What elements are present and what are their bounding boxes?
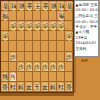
shogi-piece[interactable]: 歩 (34, 62, 41, 71)
shogi-piece[interactable]: 歩 (26, 22, 33, 31)
shogi-piece[interactable]: 銀 (50, 82, 57, 91)
board-cell[interactable]: 歩 (25, 21, 33, 31)
shogi-piece[interactable]: 金 (26, 82, 33, 91)
board-cell[interactable]: 角 (9, 72, 17, 82)
board-cell[interactable] (57, 41, 65, 51)
board-cell[interactable]: 歩 (49, 21, 57, 31)
shogi-piece[interactable]: 飛 (2, 12, 9, 21)
shogi-piece[interactable]: 歩 (58, 62, 65, 71)
board-cell[interactable] (57, 72, 65, 82)
board-cell[interactable] (49, 11, 57, 21)
board-cell[interactable]: 金 (25, 1, 33, 11)
board-cell[interactable] (65, 72, 73, 82)
board-cell[interactable]: 歩 (49, 62, 57, 72)
board-cell[interactable] (9, 31, 17, 41)
board-cell[interactable]: 歩 (65, 31, 73, 41)
board-cell[interactable] (9, 62, 17, 72)
shogi-piece[interactable]: 金 (26, 2, 33, 11)
shogi-piece[interactable]: 桂 (58, 2, 65, 11)
board-cell[interactable] (17, 41, 25, 51)
shogi-piece[interactable]: 歩 (66, 32, 73, 41)
board-cell[interactable] (49, 31, 57, 41)
board-cell[interactable] (25, 11, 33, 21)
board-cell[interactable] (9, 11, 17, 21)
shogi-piece[interactable]: 角 (58, 12, 65, 21)
shogi-piece[interactable]: 歩 (10, 22, 17, 31)
board-cell[interactable]: 王 (33, 1, 41, 11)
board-cell[interactable] (25, 31, 33, 41)
board-cell[interactable] (1, 21, 9, 31)
board-cell[interactable] (1, 41, 9, 51)
board-cell[interactable]: 歩 (65, 52, 73, 62)
board-cell[interactable]: 飛 (1, 11, 9, 21)
board-cell[interactable] (57, 31, 65, 41)
board-cell[interactable]: 歩 (17, 62, 25, 72)
board-cell[interactable] (49, 72, 57, 82)
board-cell[interactable] (25, 52, 33, 62)
game-info-panel: ▲渡辺明 王将 00:00 / 00:00 △羽生善治 三冠 00:00 / 0… (74, 0, 99, 57)
shogi-board: 香桂銀金王金銀桂香飛角歩歩歩歩歩歩歩歩歩歩歩歩歩歩歩歩歩飛角香桂銀金玉金銀桂香 (0, 0, 74, 93)
board-cell[interactable] (17, 72, 25, 82)
board-cell[interactable] (49, 41, 57, 51)
board-cell[interactable]: 歩 (57, 62, 65, 72)
shogi-piece[interactable]: 銀 (18, 82, 25, 91)
board-cell[interactable] (57, 52, 65, 62)
board-cell[interactable] (17, 52, 25, 62)
board-cell[interactable] (33, 41, 41, 51)
shogi-piece[interactable]: 香 (66, 2, 73, 11)
shogi-piece[interactable]: 歩 (2, 32, 9, 41)
board-cell[interactable] (9, 41, 17, 51)
board-cell[interactable]: 歩 (33, 21, 41, 31)
board-cell[interactable]: 歩 (1, 31, 9, 41)
board-cell[interactable]: 歩 (17, 21, 25, 31)
board-cell[interactable] (41, 31, 49, 41)
board-cell[interactable] (41, 52, 49, 62)
board-cell[interactable]: 金 (25, 82, 33, 92)
shogi-piece[interactable]: 銀 (50, 2, 57, 11)
board-cell[interactable]: 金 (41, 82, 49, 92)
board-cell[interactable]: 歩 (57, 21, 65, 31)
board-cell[interactable] (17, 11, 25, 21)
board-cell[interactable] (17, 31, 25, 41)
board-cell[interactable]: 歩 (33, 62, 41, 72)
board-cell[interactable]: 銀 (17, 82, 25, 92)
game-date: 2014/01/07 (76, 40, 99, 46)
board-cell[interactable]: 金 (41, 1, 49, 11)
shogi-piece[interactable]: 香 (2, 2, 9, 11)
shogi-piece[interactable]: 金 (42, 2, 49, 11)
gote-player-name: △羽生善治 三冠 (76, 13, 99, 19)
board-cell[interactable] (41, 11, 49, 21)
shogi-piece[interactable]: 飛 (2, 72, 9, 81)
shogi-piece[interactable]: 歩 (10, 52, 17, 61)
board-cell[interactable] (41, 72, 49, 82)
shogi-piece[interactable]: 歩 (58, 22, 65, 31)
shogi-piece[interactable]: 歩 (26, 62, 33, 71)
board-cell[interactable]: 桂 (57, 1, 65, 11)
shogi-piece[interactable]: 金 (42, 82, 49, 91)
board-cell[interactable]: 銀 (49, 82, 57, 92)
board-cell[interactable]: 桂 (9, 1, 17, 11)
board-cell[interactable] (65, 41, 73, 51)
board-cell[interactable]: 飛 (1, 72, 9, 82)
board-cell[interactable]: 香 (65, 1, 73, 11)
shogi-piece[interactable]: 歩 (18, 62, 25, 71)
shogi-piece[interactable]: 歩 (34, 22, 41, 31)
board-cell[interactable] (49, 52, 57, 62)
shogi-piece[interactable]: 銀 (18, 2, 25, 11)
shogi-piece[interactable]: 歩 (18, 22, 25, 31)
board-cell[interactable] (33, 31, 41, 41)
shogi-piece[interactable]: 桂 (58, 82, 65, 91)
board-cell[interactable] (25, 41, 33, 51)
board-cell[interactable]: 歩 (25, 62, 33, 72)
board-cell[interactable]: 歩 (9, 52, 17, 62)
board-cell[interactable] (65, 62, 73, 72)
shogi-piece[interactable]: 歩 (50, 62, 57, 71)
board-cell[interactable]: 歩 (41, 62, 49, 72)
shogi-piece[interactable]: 歩 (42, 62, 49, 71)
event-name: 王将戦 (76, 46, 99, 52)
board-cell[interactable] (33, 72, 41, 82)
board-cell[interactable] (33, 52, 41, 62)
shogi-piece[interactable]: 桂 (10, 2, 17, 11)
shogi-piece[interactable]: 香 (2, 82, 9, 91)
shogi-piece[interactable]: 王 (34, 2, 41, 11)
sente-hand-label: 先手 (81, 58, 99, 62)
board-cell[interactable]: 玉 (33, 82, 41, 92)
game-info-lines: ▲渡辺明 王将 00:00 / 00:00 △羽生善治 三冠 00:00 / 0… (75, 1, 99, 52)
board-cell[interactable]: 香 (65, 82, 73, 92)
shogi-piece[interactable]: 桂 (10, 82, 17, 91)
board-cell[interactable]: 銀 (17, 1, 25, 11)
shogi-piece[interactable]: 歩 (50, 22, 57, 31)
board-cell[interactable] (65, 11, 73, 21)
board-cell[interactable] (33, 11, 41, 21)
shogi-piece[interactable]: 歩 (42, 22, 49, 31)
board-cell[interactable] (1, 62, 9, 72)
board-cell[interactable]: 歩 (41, 21, 49, 31)
board-cell[interactable]: 桂 (9, 82, 17, 92)
shogi-piece[interactable]: 玉 (34, 82, 41, 91)
board-cell[interactable]: 香 (1, 1, 9, 11)
board-cell[interactable] (25, 72, 33, 82)
board-cell[interactable] (41, 41, 49, 51)
shogi-piece[interactable]: 角 (10, 72, 17, 81)
shogi-piece[interactable]: 歩 (66, 52, 73, 61)
board-cell[interactable] (65, 21, 73, 31)
board-cell[interactable]: 角 (57, 11, 65, 21)
board-cell[interactable]: 桂 (57, 82, 65, 92)
board-cell[interactable]: 香 (1, 82, 9, 92)
board-cell[interactable]: 歩 (9, 21, 17, 31)
shogi-piece[interactable]: 香 (66, 82, 73, 91)
board-cell[interactable]: 銀 (49, 1, 57, 11)
board-cell[interactable] (1, 52, 9, 62)
